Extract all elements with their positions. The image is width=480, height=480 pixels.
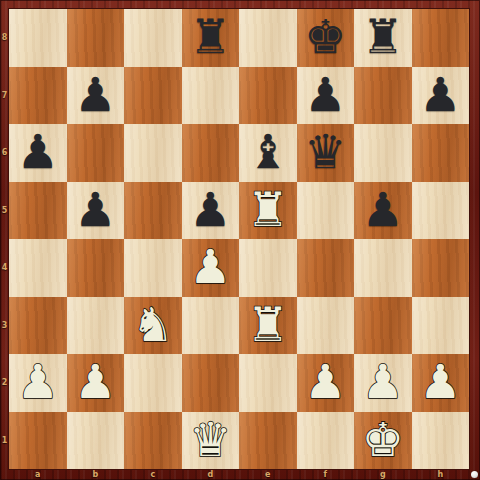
- square-g5[interactable]: ♟: [354, 182, 412, 240]
- rank-label-8: 8: [0, 9, 9, 67]
- square-a2[interactable]: ♟: [9, 354, 67, 412]
- square-b7[interactable]: ♟: [67, 67, 125, 125]
- file-labels: abcdefgh: [9, 469, 469, 480]
- piece-white-pawn-f2[interactable]: ♟: [304, 358, 346, 405]
- square-b2[interactable]: ♟: [67, 354, 125, 412]
- piece-white-pawn-g2[interactable]: ♟: [362, 358, 404, 405]
- square-b6[interactable]: [67, 124, 125, 182]
- piece-white-rook-e3[interactable]: ♜: [247, 301, 289, 348]
- rank-label-5: 5: [0, 182, 9, 240]
- piece-black-pawn-d5[interactable]: ♟: [189, 186, 231, 233]
- square-f6[interactable]: ♛: [297, 124, 355, 182]
- square-c1[interactable]: [124, 412, 182, 470]
- square-d4[interactable]: ♟: [182, 239, 240, 297]
- square-a8[interactable]: [9, 9, 67, 67]
- rank-label-4: 4: [0, 239, 9, 297]
- square-g6[interactable]: [354, 124, 412, 182]
- file-label-d: d: [182, 469, 240, 480]
- square-f8[interactable]: ♚: [297, 9, 355, 67]
- square-c8[interactable]: [124, 9, 182, 67]
- piece-white-king-g1[interactable]: ♚: [362, 416, 404, 463]
- chess-board-frame: ♜♚♜♟♟♟♟♝♛♟♟♜♟♟♞♜♟♟♟♟♟♛♚ 87654321 abcdefg…: [0, 0, 480, 480]
- piece-black-rook-g8[interactable]: ♜: [362, 13, 404, 60]
- square-g2[interactable]: ♟: [354, 354, 412, 412]
- square-h7[interactable]: ♟: [412, 67, 470, 125]
- piece-black-king-f8[interactable]: ♚: [304, 13, 346, 60]
- file-label-f: f: [297, 469, 355, 480]
- square-d7[interactable]: [182, 67, 240, 125]
- piece-black-rook-d8[interactable]: ♜: [189, 13, 231, 60]
- square-e8[interactable]: [239, 9, 297, 67]
- white-to-move-indicator: [471, 471, 478, 478]
- square-g7[interactable]: [354, 67, 412, 125]
- square-d2[interactable]: [182, 354, 240, 412]
- square-c6[interactable]: [124, 124, 182, 182]
- square-h5[interactable]: [412, 182, 470, 240]
- square-b8[interactable]: [67, 9, 125, 67]
- square-d8[interactable]: ♜: [182, 9, 240, 67]
- file-label-h: h: [412, 469, 470, 480]
- square-f5[interactable]: [297, 182, 355, 240]
- rank-label-7: 7: [0, 67, 9, 125]
- piece-black-pawn-b7[interactable]: ♟: [74, 71, 116, 118]
- rank-label-3: 3: [0, 297, 9, 355]
- piece-black-pawn-h7[interactable]: ♟: [419, 71, 461, 118]
- square-e5[interactable]: ♜: [239, 182, 297, 240]
- square-c7[interactable]: [124, 67, 182, 125]
- square-f7[interactable]: ♟: [297, 67, 355, 125]
- square-h6[interactable]: [412, 124, 470, 182]
- square-b5[interactable]: ♟: [67, 182, 125, 240]
- piece-black-pawn-b5[interactable]: ♟: [74, 186, 116, 233]
- square-a5[interactable]: [9, 182, 67, 240]
- square-h8[interactable]: [412, 9, 470, 67]
- file-label-b: b: [67, 469, 125, 480]
- square-b3[interactable]: [67, 297, 125, 355]
- square-d3[interactable]: [182, 297, 240, 355]
- square-a4[interactable]: [9, 239, 67, 297]
- square-e3[interactable]: ♜: [239, 297, 297, 355]
- piece-black-bishop-e6[interactable]: ♝: [247, 128, 289, 175]
- square-e4[interactable]: [239, 239, 297, 297]
- piece-black-pawn-g5[interactable]: ♟: [362, 186, 404, 233]
- square-b4[interactable]: [67, 239, 125, 297]
- square-e2[interactable]: [239, 354, 297, 412]
- square-c3[interactable]: ♞: [124, 297, 182, 355]
- piece-white-pawn-a2[interactable]: ♟: [17, 358, 59, 405]
- square-c4[interactable]: [124, 239, 182, 297]
- chess-board[interactable]: ♜♚♜♟♟♟♟♝♛♟♟♜♟♟♞♜♟♟♟♟♟♛♚: [9, 9, 469, 469]
- square-b1[interactable]: [67, 412, 125, 470]
- piece-white-pawn-b2[interactable]: ♟: [74, 358, 116, 405]
- piece-black-queen-f6[interactable]: ♛: [304, 128, 346, 175]
- square-e6[interactable]: ♝: [239, 124, 297, 182]
- square-f3[interactable]: [297, 297, 355, 355]
- square-h3[interactable]: [412, 297, 470, 355]
- rank-label-6: 6: [0, 124, 9, 182]
- square-g1[interactable]: ♚: [354, 412, 412, 470]
- file-label-a: a: [9, 469, 67, 480]
- square-a6[interactable]: ♟: [9, 124, 67, 182]
- square-c5[interactable]: [124, 182, 182, 240]
- file-label-g: g: [354, 469, 412, 480]
- rank-label-1: 1: [0, 412, 9, 470]
- piece-white-knight-c3[interactable]: ♞: [132, 301, 174, 348]
- file-label-e: e: [239, 469, 297, 480]
- rank-label-2: 2: [0, 354, 9, 412]
- square-e7[interactable]: [239, 67, 297, 125]
- square-a7[interactable]: [9, 67, 67, 125]
- piece-white-pawn-d4[interactable]: ♟: [189, 243, 231, 290]
- piece-black-pawn-f7[interactable]: ♟: [304, 71, 346, 118]
- piece-white-queen-d1[interactable]: ♛: [189, 416, 231, 463]
- file-label-c: c: [124, 469, 182, 480]
- square-f1[interactable]: [297, 412, 355, 470]
- rank-labels: 87654321: [0, 9, 9, 469]
- square-c2[interactable]: [124, 354, 182, 412]
- square-e1[interactable]: [239, 412, 297, 470]
- square-g3[interactable]: [354, 297, 412, 355]
- square-h1[interactable]: [412, 412, 470, 470]
- piece-white-pawn-h2[interactable]: ♟: [419, 358, 461, 405]
- square-h2[interactable]: ♟: [412, 354, 470, 412]
- square-a3[interactable]: [9, 297, 67, 355]
- square-d6[interactable]: [182, 124, 240, 182]
- square-d1[interactable]: ♛: [182, 412, 240, 470]
- square-g4[interactable]: [354, 239, 412, 297]
- square-h4[interactable]: [412, 239, 470, 297]
- piece-black-pawn-a6[interactable]: ♟: [17, 128, 59, 175]
- piece-white-rook-e5[interactable]: ♜: [247, 186, 289, 233]
- square-a1[interactable]: [9, 412, 67, 470]
- square-f4[interactable]: [297, 239, 355, 297]
- square-d5[interactable]: ♟: [182, 182, 240, 240]
- square-g8[interactable]: ♜: [354, 9, 412, 67]
- square-f2[interactable]: ♟: [297, 354, 355, 412]
